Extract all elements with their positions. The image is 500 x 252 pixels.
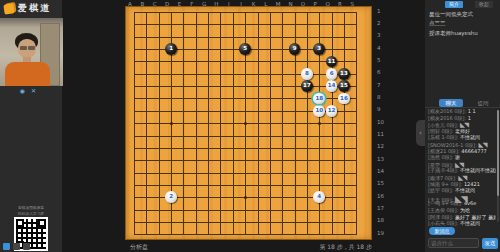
chat-tabbar: 聊天 提问: [425, 99, 500, 108]
chat-message: [皓宇 0段]: 不懂就问: [428, 187, 475, 193]
grid-line-horizontal: [134, 148, 357, 149]
chat-username: [棋友2016 0段]:: [428, 115, 468, 121]
star-point: [318, 122, 321, 125]
grid-line-horizontal: [134, 210, 357, 211]
row-label: 8: [377, 94, 381, 100]
white-stone-12: 12: [326, 105, 338, 117]
tab-lesson-collapse[interactable]: 收起: [475, 1, 493, 8]
grid-line-vertical: [356, 12, 357, 235]
row-label: 7: [377, 82, 381, 88]
chat-username: [明轩 0段]:: [428, 128, 455, 134]
chat-text: 不懂就问: [460, 220, 480, 226]
white-stone-16: 16: [338, 93, 350, 105]
right-sidebar: 简介 收起 星位一间低夹定式 点三三 授课老师huayeshu 聊天 提问 [棋…: [425, 0, 500, 252]
chat-input[interactable]: [428, 238, 479, 248]
black-stone-13: 13: [338, 68, 350, 80]
white-stone-8: 8: [301, 68, 313, 80]
row-label: 17: [377, 205, 384, 211]
row-label: 11: [377, 131, 384, 137]
chat-text: 谢: [455, 154, 460, 160]
grid-line-vertical: [307, 12, 308, 235]
row-label: 13: [377, 156, 384, 162]
go-board[interactable]: 12345689101112131415161718: [125, 6, 372, 240]
grid-line-horizontal: [134, 173, 357, 174]
glasses-lens: [28, 46, 35, 50]
qr-caption-line2: 扫码加入学习群: [0, 211, 62, 217]
black-stone-9: 9: [289, 43, 301, 55]
lesson-info: 星位一间低夹定式 点三三 授课老师huayeshu: [429, 10, 478, 38]
tab-chat[interactable]: 聊天: [439, 99, 463, 107]
qr-finder-icon: [16, 219, 24, 227]
white-stone-2: 2: [165, 191, 177, 203]
grid-line-horizontal: [134, 160, 357, 161]
lesson-teacher: 授课老师huayeshu: [429, 29, 478, 38]
qq-icon[interactable]: [3, 243, 10, 250]
chat-text: 为啥: [460, 207, 470, 213]
chat-message: [棋友2016 0段]: 1: [428, 115, 471, 121]
row-label: 1: [377, 8, 381, 14]
grid-line-vertical: [344, 12, 345, 235]
grid-line-vertical: [282, 12, 283, 235]
grid-line-vertical: [258, 12, 259, 235]
send-button[interactable]: 发送: [482, 238, 498, 249]
chat-username: [乐棋 1-0段]:: [428, 134, 460, 140]
chat-message: [阿泽 0段]: 赢好了 赢好了 赢好了: [428, 214, 496, 220]
black-stone-5: 5: [239, 43, 251, 55]
grid-line-horizontal: [134, 234, 357, 235]
lesson-subtitle: 点三三: [429, 19, 478, 28]
white-stone-14: 14: [326, 80, 338, 92]
qr-caption: 爱棋道围棋课堂 扫码加入学习群: [0, 205, 62, 216]
white-stone-10: 10: [313, 105, 325, 117]
chat-text: 12421: [464, 181, 480, 187]
grid-line-horizontal: [134, 136, 357, 137]
grid-line-vertical: [332, 12, 333, 235]
row-label: 6: [377, 69, 381, 75]
grid-line-horizontal: [134, 222, 357, 223]
move-counter: 第 18 步 , 共 18 步: [125, 243, 372, 252]
chat-message: [乐棋 1-0段]: 不懂就问: [428, 134, 480, 140]
star-point: [170, 122, 173, 125]
row-label: 14: [377, 168, 384, 174]
chat-text: 赢好了 赢好了 赢好了: [455, 214, 496, 220]
chat-username: [王杰俊 0段]:: [428, 207, 460, 213]
chat-message: [子涵 0-4段]: 不懂就问不懂就问: [428, 167, 496, 173]
bottom-left-icons: [3, 243, 30, 250]
chat-message: [明轩 0段]: 老师好: [428, 128, 470, 134]
black-stone-15: 15: [338, 80, 350, 92]
row-label: 15: [377, 180, 384, 186]
chat-message: [王杰俊 0段]: 为啥: [428, 207, 470, 213]
audio-toggle-icon[interactable]: ◉: [20, 87, 31, 94]
app-logo: 爱棋道: [4, 2, 51, 15]
black-stone-3: 3: [313, 43, 325, 55]
row-label: 3: [377, 32, 381, 38]
chat-message: [城南 9+ 0段]: 12421: [428, 181, 480, 187]
chat-username: [棋迷21 0段]:: [428, 148, 461, 154]
teacher-webcam-video: [0, 18, 63, 86]
chat-username: [皓宇 0段]:: [428, 187, 455, 193]
close-video-icon[interactable]: ✕: [31, 87, 42, 94]
chat-username: [棋友2016 0段]:: [428, 108, 468, 114]
webcam-controls: ◉✕: [0, 87, 62, 94]
chat-message: [棋迷21 0段]: 46664777: [428, 148, 487, 154]
chat-text: 46664777: [461, 148, 486, 154]
row-label: 10: [377, 119, 384, 125]
logo-text: 爱棋道: [18, 2, 51, 15]
chat-text: 1 1: [468, 108, 476, 114]
row-label: 12: [377, 143, 384, 149]
chat-username: [城南 9+ 0段]:: [428, 181, 464, 187]
app-icon[interactable]: [23, 243, 30, 250]
chat-scrollbar-thumb[interactable]: [497, 110, 499, 196]
lesson-info-tabs: 简介 收起: [445, 1, 493, 8]
tab-lesson-intro[interactable]: 简介: [445, 1, 463, 8]
row-label: 2: [377, 20, 381, 26]
chat-text: 不懂就问: [455, 187, 475, 193]
white-stone-6: 6: [326, 68, 338, 80]
row-label: 5: [377, 57, 381, 63]
black-stone-11: 11: [326, 56, 338, 68]
chat-scrollbar[interactable]: [497, 110, 499, 222]
row-label: 19: [377, 230, 384, 236]
grid-line-horizontal: [134, 185, 357, 186]
chat-username: [子涵 0-4段]:: [428, 167, 460, 173]
panel-collapse-handle[interactable]: ‹: [416, 120, 425, 146]
chat-message-list[interactable]: [棋友2016 0段]: 1 1[棋友2016 0段]: 1[小鱼儿 0段]: …: [428, 108, 496, 226]
app-icon[interactable]: [13, 243, 20, 250]
tab-questions[interactable]: 提问: [471, 99, 495, 107]
app-window: 爱棋道 ◉✕ 爱棋道围棋课堂 扫码加入学习群: [0, 0, 500, 252]
white-stone-18-last-move: 18: [313, 93, 325, 105]
board-row-labels: 12345678910111213141516171819: [375, 6, 387, 240]
glasses-lens: [20, 46, 27, 50]
black-stone-1: 1: [165, 43, 177, 55]
chat-text: 4v6e: [464, 200, 476, 206]
chat-message: [小石头 0段]: 不懂就问: [428, 220, 480, 226]
chat-username: [一鸣 9+ 0段]:: [428, 200, 464, 206]
star-point: [244, 122, 247, 125]
chat-message: [棋友2016 0段]: 1 1: [428, 108, 476, 114]
row-label: 4: [377, 45, 381, 51]
new-message-button[interactable]: 新消息: [429, 227, 455, 235]
white-stone-4: 4: [313, 191, 325, 203]
grid-line-vertical: [270, 12, 271, 235]
row-label: 9: [377, 106, 381, 112]
chat-text: 1: [468, 115, 471, 121]
qr-finder-icon: [38, 219, 46, 227]
teacher-shirt: [5, 62, 50, 86]
chat-text: 老师好: [455, 128, 470, 134]
lesson-title: 星位一间低夹定式: [429, 10, 478, 19]
chat-message: [浩然 0段]: 谢: [428, 154, 460, 160]
chat-username: [小石头 0段]:: [428, 220, 460, 226]
left-sidebar: 爱棋道 ◉✕ 爱棋道围棋课堂 扫码加入学习群: [0, 0, 62, 252]
star-point: [244, 196, 247, 199]
chat-text: 不懂就问: [460, 134, 480, 140]
black-stone-17: 17: [301, 80, 313, 92]
chat-username: [阿泽 0段]:: [428, 214, 455, 220]
row-label: 16: [377, 193, 384, 199]
logo-icon: [3, 3, 14, 14]
chat-message: [一鸣 9+ 0段]: 4v6e: [428, 200, 476, 206]
chat-username: [浩然 0段]:: [428, 154, 455, 160]
chat-text: 不懂就问不懂就问: [460, 167, 496, 173]
row-label: 18: [377, 217, 384, 223]
